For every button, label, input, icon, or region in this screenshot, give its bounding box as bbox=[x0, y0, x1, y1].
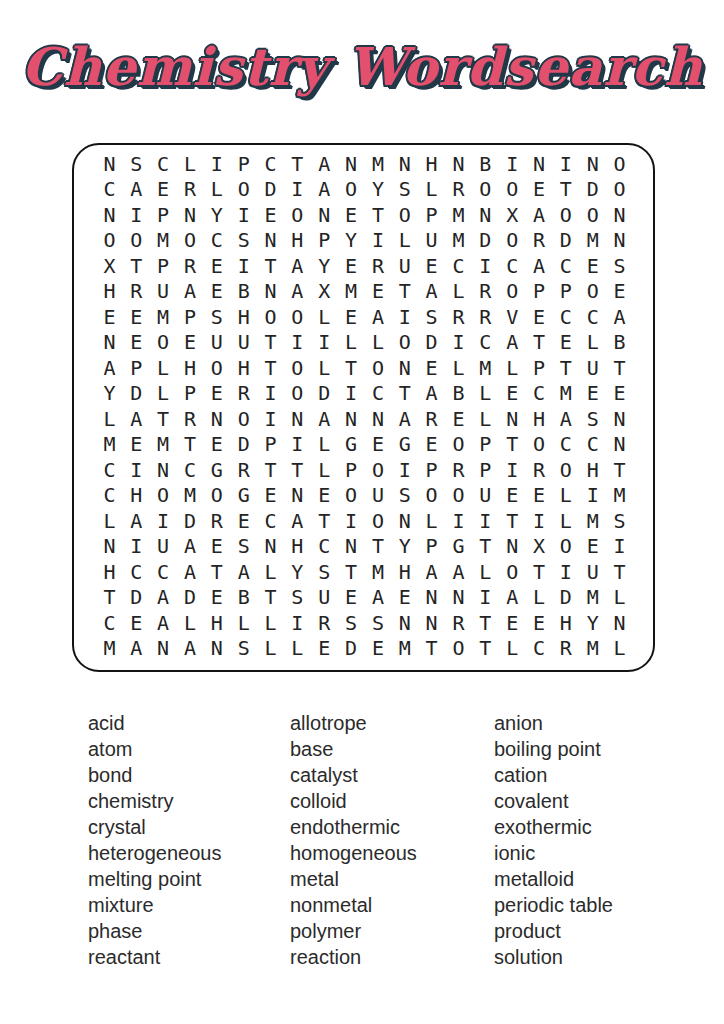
grid-cell[interactable]: M bbox=[472, 355, 499, 381]
grid-cell[interactable]: I bbox=[552, 151, 579, 177]
grid-cell[interactable]: R bbox=[445, 177, 472, 203]
grid-cell[interactable]: T bbox=[284, 457, 311, 483]
grid-cell[interactable]: N bbox=[150, 636, 177, 662]
grid-cell[interactable]: L bbox=[257, 559, 284, 585]
grid-cell[interactable]: S bbox=[230, 228, 257, 254]
grid-cell[interactable]: N bbox=[499, 406, 526, 432]
grid-cell[interactable]: X bbox=[499, 202, 526, 228]
grid-cell[interactable]: T bbox=[472, 534, 499, 560]
grid-cell[interactable]: D bbox=[552, 228, 579, 254]
grid-cell[interactable]: A bbox=[123, 177, 150, 203]
grid-cell[interactable]: U bbox=[150, 534, 177, 560]
grid-cell[interactable]: R bbox=[123, 279, 150, 305]
grid-cell[interactable]: M bbox=[579, 585, 606, 611]
grid-cell[interactable]: N bbox=[499, 534, 526, 560]
grid-cell[interactable]: T bbox=[391, 381, 418, 407]
grid-cell[interactable]: D bbox=[177, 585, 204, 611]
grid-cell[interactable]: X bbox=[526, 534, 553, 560]
grid-cell[interactable]: T bbox=[96, 585, 123, 611]
grid-cell[interactable]: L bbox=[203, 177, 230, 203]
grid-cell[interactable]: N bbox=[445, 151, 472, 177]
grid-cell[interactable]: N bbox=[391, 508, 418, 534]
grid-cell[interactable]: I bbox=[579, 483, 606, 509]
grid-cell[interactable]: E bbox=[526, 610, 553, 636]
grid-cell[interactable]: L bbox=[499, 636, 526, 662]
grid-cell[interactable]: E bbox=[203, 381, 230, 407]
grid-cell[interactable]: O bbox=[365, 457, 392, 483]
grid-cell[interactable]: D bbox=[230, 432, 257, 458]
grid-cell[interactable]: L bbox=[606, 636, 633, 662]
grid-cell[interactable]: N bbox=[391, 610, 418, 636]
grid-cell[interactable]: A bbox=[177, 279, 204, 305]
grid-cell[interactable]: I bbox=[311, 330, 338, 356]
grid-cell[interactable]: A bbox=[391, 406, 418, 432]
grid-cell[interactable]: C bbox=[552, 253, 579, 279]
grid-cell[interactable]: R bbox=[552, 636, 579, 662]
grid-cell[interactable]: I bbox=[499, 151, 526, 177]
grid-cell[interactable]: O bbox=[606, 151, 633, 177]
grid-cell[interactable]: E bbox=[123, 330, 150, 356]
grid-cell[interactable]: C bbox=[311, 534, 338, 560]
grid-cell[interactable]: C bbox=[579, 304, 606, 330]
grid-cell[interactable]: H bbox=[579, 457, 606, 483]
grid-cell[interactable]: C bbox=[526, 636, 553, 662]
grid-cell[interactable]: A bbox=[606, 304, 633, 330]
grid-cell[interactable]: O bbox=[445, 432, 472, 458]
grid-cell[interactable]: H bbox=[230, 304, 257, 330]
grid-cell[interactable]: O bbox=[579, 202, 606, 228]
grid-cell[interactable]: C bbox=[96, 177, 123, 203]
grid-cell[interactable]: Y bbox=[96, 381, 123, 407]
grid-cell[interactable]: I bbox=[284, 610, 311, 636]
grid-cell[interactable]: P bbox=[177, 381, 204, 407]
grid-cell[interactable]: O bbox=[472, 177, 499, 203]
grid-cell[interactable]: R bbox=[203, 508, 230, 534]
grid-cell[interactable]: O bbox=[203, 355, 230, 381]
grid-cell[interactable]: L bbox=[338, 330, 365, 356]
grid-cell[interactable]: P bbox=[150, 253, 177, 279]
grid-cell[interactable]: T bbox=[257, 253, 284, 279]
grid-cell[interactable]: A bbox=[284, 253, 311, 279]
grid-cell[interactable]: U bbox=[579, 355, 606, 381]
grid-cell[interactable]: N bbox=[203, 636, 230, 662]
grid-cell[interactable]: T bbox=[526, 330, 553, 356]
grid-cell[interactable]: U bbox=[150, 279, 177, 305]
grid-cell[interactable]: E bbox=[338, 585, 365, 611]
grid-cell[interactable]: G bbox=[391, 432, 418, 458]
grid-cell[interactable]: I bbox=[257, 406, 284, 432]
grid-cell[interactable]: N bbox=[526, 151, 553, 177]
grid-cell[interactable]: I bbox=[338, 508, 365, 534]
grid-cell[interactable]: E bbox=[230, 508, 257, 534]
grid-cell[interactable]: O bbox=[499, 228, 526, 254]
grid-cell[interactable]: R bbox=[418, 406, 445, 432]
grid-cell[interactable]: T bbox=[606, 457, 633, 483]
grid-cell[interactable]: C bbox=[526, 381, 553, 407]
grid-cell[interactable]: N bbox=[391, 151, 418, 177]
grid-cell[interactable]: H bbox=[284, 534, 311, 560]
grid-cell[interactable]: T bbox=[552, 355, 579, 381]
grid-cell[interactable]: O bbox=[579, 279, 606, 305]
grid-cell[interactable]: N bbox=[338, 534, 365, 560]
grid-cell[interactable]: M bbox=[365, 151, 392, 177]
grid-cell[interactable]: I bbox=[230, 253, 257, 279]
grid-cell[interactable]: N bbox=[579, 151, 606, 177]
grid-cell[interactable]: D bbox=[472, 228, 499, 254]
grid-cell[interactable]: I bbox=[445, 508, 472, 534]
grid-cell[interactable]: E bbox=[257, 202, 284, 228]
grid-cell[interactable]: L bbox=[230, 610, 257, 636]
grid-cell[interactable]: M bbox=[445, 202, 472, 228]
grid-cell[interactable]: Y bbox=[579, 610, 606, 636]
grid-cell[interactable]: E bbox=[606, 279, 633, 305]
grid-cell[interactable]: U bbox=[203, 330, 230, 356]
grid-cell[interactable]: P bbox=[418, 534, 445, 560]
grid-cell[interactable]: A bbox=[177, 559, 204, 585]
grid-cell[interactable]: T bbox=[499, 508, 526, 534]
grid-cell[interactable]: P bbox=[472, 457, 499, 483]
grid-cell[interactable]: A bbox=[150, 610, 177, 636]
grid-cell[interactable]: D bbox=[177, 508, 204, 534]
grid-cell[interactable]: M bbox=[150, 432, 177, 458]
grid-cell[interactable]: L bbox=[418, 508, 445, 534]
grid-cell[interactable]: E bbox=[311, 483, 338, 509]
grid-cell[interactable]: M bbox=[552, 381, 579, 407]
grid-cell[interactable]: U bbox=[418, 228, 445, 254]
grid-cell[interactable]: I bbox=[526, 508, 553, 534]
grid-cell[interactable]: Y bbox=[203, 202, 230, 228]
grid-cell[interactable]: U bbox=[472, 483, 499, 509]
grid-cell[interactable]: A bbox=[445, 559, 472, 585]
grid-cell[interactable]: O bbox=[391, 330, 418, 356]
grid-cell[interactable]: R bbox=[365, 253, 392, 279]
grid-cell[interactable]: I bbox=[257, 381, 284, 407]
grid-cell[interactable]: Y bbox=[365, 177, 392, 203]
grid-cell[interactable]: P bbox=[150, 202, 177, 228]
grid-cell[interactable]: T bbox=[203, 559, 230, 585]
grid-cell[interactable]: M bbox=[391, 636, 418, 662]
grid-cell[interactable]: M bbox=[338, 279, 365, 305]
grid-cell[interactable]: O bbox=[284, 355, 311, 381]
grid-cell[interactable]: T bbox=[338, 559, 365, 585]
grid-cell[interactable]: C bbox=[177, 457, 204, 483]
grid-cell[interactable]: I bbox=[338, 381, 365, 407]
grid-cell[interactable]: L bbox=[257, 610, 284, 636]
grid-cell[interactable]: I bbox=[472, 253, 499, 279]
grid-cell[interactable]: N bbox=[606, 432, 633, 458]
grid-cell[interactable]: S bbox=[606, 253, 633, 279]
grid-cell[interactable]: N bbox=[96, 534, 123, 560]
grid-cell[interactable]: E bbox=[606, 381, 633, 407]
grid-cell[interactable]: O bbox=[284, 304, 311, 330]
grid-cell[interactable]: O bbox=[606, 177, 633, 203]
grid-cell[interactable]: N bbox=[365, 406, 392, 432]
grid-cell[interactable]: H bbox=[552, 610, 579, 636]
grid-cell[interactable]: L bbox=[311, 355, 338, 381]
grid-cell[interactable]: E bbox=[526, 177, 553, 203]
grid-cell[interactable]: A bbox=[311, 151, 338, 177]
grid-cell[interactable]: N bbox=[606, 202, 633, 228]
grid-cell[interactable]: O bbox=[230, 177, 257, 203]
grid-cell[interactable]: E bbox=[338, 304, 365, 330]
grid-cell[interactable]: N bbox=[391, 355, 418, 381]
grid-cell[interactable]: D bbox=[123, 585, 150, 611]
grid-cell[interactable]: Y bbox=[284, 559, 311, 585]
grid-cell[interactable]: O bbox=[123, 228, 150, 254]
grid-cell[interactable]: C bbox=[123, 559, 150, 585]
grid-cell[interactable]: T bbox=[606, 559, 633, 585]
grid-cell[interactable]: H bbox=[391, 559, 418, 585]
grid-cell[interactable]: O bbox=[499, 559, 526, 585]
grid-cell[interactable]: P bbox=[552, 279, 579, 305]
grid-cell[interactable]: C bbox=[552, 432, 579, 458]
grid-cell[interactable]: R bbox=[445, 610, 472, 636]
grid-cell[interactable]: A bbox=[311, 177, 338, 203]
grid-cell[interactable]: N bbox=[257, 228, 284, 254]
grid-cell[interactable]: M bbox=[445, 228, 472, 254]
grid-cell[interactable]: E bbox=[203, 279, 230, 305]
grid-cell[interactable]: O bbox=[284, 381, 311, 407]
grid-cell[interactable]: P bbox=[418, 457, 445, 483]
grid-cell[interactable]: E bbox=[418, 355, 445, 381]
grid-cell[interactable]: C bbox=[96, 610, 123, 636]
grid-cell[interactable]: L bbox=[418, 177, 445, 203]
grid-cell[interactable]: N bbox=[257, 279, 284, 305]
grid-cell[interactable]: B bbox=[230, 585, 257, 611]
grid-cell[interactable]: H bbox=[96, 279, 123, 305]
grid-cell[interactable]: L bbox=[499, 355, 526, 381]
grid-cell[interactable]: A bbox=[284, 508, 311, 534]
grid-cell[interactable]: I bbox=[123, 202, 150, 228]
grid-cell[interactable]: R bbox=[311, 610, 338, 636]
grid-cell[interactable]: L bbox=[257, 636, 284, 662]
grid-cell[interactable]: N bbox=[203, 406, 230, 432]
grid-cell[interactable]: T bbox=[177, 432, 204, 458]
grid-cell[interactable]: D bbox=[311, 381, 338, 407]
grid-cell[interactable]: N bbox=[472, 202, 499, 228]
grid-cell[interactable]: X bbox=[311, 279, 338, 305]
grid-cell[interactable]: O bbox=[499, 279, 526, 305]
grid-cell[interactable]: S bbox=[391, 177, 418, 203]
grid-cell[interactable]: S bbox=[579, 406, 606, 432]
grid-cell[interactable]: O bbox=[391, 202, 418, 228]
grid-cell[interactable]: A bbox=[177, 534, 204, 560]
grid-cell[interactable]: P bbox=[526, 279, 553, 305]
grid-cell[interactable]: E bbox=[418, 432, 445, 458]
grid-cell[interactable]: S bbox=[606, 508, 633, 534]
grid-cell[interactable]: O bbox=[365, 355, 392, 381]
grid-cell[interactable]: A bbox=[123, 508, 150, 534]
grid-cell[interactable]: P bbox=[177, 304, 204, 330]
grid-cell[interactable]: E bbox=[552, 330, 579, 356]
grid-cell[interactable]: E bbox=[338, 253, 365, 279]
grid-cell[interactable]: C bbox=[150, 151, 177, 177]
grid-cell[interactable]: O bbox=[552, 457, 579, 483]
grid-cell[interactable]: L bbox=[150, 355, 177, 381]
grid-cell[interactable]: E bbox=[579, 381, 606, 407]
grid-cell[interactable]: E bbox=[123, 610, 150, 636]
grid-cell[interactable]: R bbox=[472, 304, 499, 330]
grid-cell[interactable]: A bbox=[418, 279, 445, 305]
grid-cell[interactable]: I bbox=[150, 508, 177, 534]
grid-cell[interactable]: A bbox=[284, 279, 311, 305]
grid-cell[interactable]: A bbox=[418, 559, 445, 585]
grid-cell[interactable]: E bbox=[391, 585, 418, 611]
grid-cell[interactable]: L bbox=[472, 406, 499, 432]
grid-cell[interactable]: N bbox=[418, 610, 445, 636]
grid-cell[interactable]: N bbox=[338, 406, 365, 432]
grid-cell[interactable]: E bbox=[203, 585, 230, 611]
grid-cell[interactable]: E bbox=[311, 636, 338, 662]
grid-cell[interactable]: O bbox=[365, 508, 392, 534]
grid-cell[interactable]: R bbox=[445, 457, 472, 483]
grid-cell[interactable]: D bbox=[257, 177, 284, 203]
grid-cell[interactable]: R bbox=[177, 177, 204, 203]
grid-cell[interactable]: L bbox=[365, 330, 392, 356]
grid-cell[interactable]: C bbox=[365, 381, 392, 407]
grid-cell[interactable]: L bbox=[96, 508, 123, 534]
grid-cell[interactable]: H bbox=[177, 355, 204, 381]
grid-cell[interactable]: C bbox=[257, 151, 284, 177]
grid-cell[interactable]: U bbox=[391, 253, 418, 279]
grid-cell[interactable]: R bbox=[472, 279, 499, 305]
grid-cell[interactable]: L bbox=[526, 585, 553, 611]
grid-cell[interactable]: P bbox=[257, 432, 284, 458]
grid-cell[interactable]: E bbox=[257, 483, 284, 509]
grid-cell[interactable]: I bbox=[123, 457, 150, 483]
grid-cell[interactable]: T bbox=[257, 457, 284, 483]
grid-cell[interactable]: A bbox=[230, 559, 257, 585]
grid-cell[interactable]: N bbox=[606, 406, 633, 432]
grid-cell[interactable]: N bbox=[284, 406, 311, 432]
grid-cell[interactable]: N bbox=[257, 534, 284, 560]
grid-cell[interactable]: T bbox=[150, 406, 177, 432]
grid-cell[interactable]: C bbox=[257, 508, 284, 534]
grid-cell[interactable]: S bbox=[123, 151, 150, 177]
grid-cell[interactable]: L bbox=[96, 406, 123, 432]
grid-cell[interactable]: A bbox=[365, 304, 392, 330]
grid-cell[interactable]: L bbox=[552, 483, 579, 509]
grid-cell[interactable]: P bbox=[418, 202, 445, 228]
grid-cell[interactable]: O bbox=[552, 202, 579, 228]
grid-cell[interactable]: O bbox=[338, 483, 365, 509]
grid-cell[interactable]: D bbox=[418, 330, 445, 356]
grid-cell[interactable]: R bbox=[177, 253, 204, 279]
grid-cell[interactable]: I bbox=[499, 457, 526, 483]
grid-cell[interactable]: L bbox=[311, 304, 338, 330]
grid-cell[interactable]: N bbox=[177, 202, 204, 228]
grid-cell[interactable]: R bbox=[526, 457, 553, 483]
grid-cell[interactable]: S bbox=[284, 585, 311, 611]
grid-cell[interactable]: A bbox=[365, 585, 392, 611]
grid-cell[interactable]: S bbox=[230, 636, 257, 662]
grid-cell[interactable]: C bbox=[472, 330, 499, 356]
grid-cell[interactable]: U bbox=[311, 585, 338, 611]
grid-cell[interactable]: O bbox=[418, 483, 445, 509]
grid-cell[interactable]: O bbox=[230, 406, 257, 432]
grid-cell[interactable]: L bbox=[311, 432, 338, 458]
grid-cell[interactable]: E bbox=[203, 534, 230, 560]
grid-cell[interactable]: H bbox=[418, 151, 445, 177]
grid-cell[interactable]: I bbox=[284, 432, 311, 458]
grid-cell[interactable]: T bbox=[257, 585, 284, 611]
grid-cell[interactable]: I bbox=[203, 151, 230, 177]
grid-cell[interactable]: O bbox=[203, 483, 230, 509]
grid-cell[interactable]: A bbox=[418, 381, 445, 407]
grid-cell[interactable]: P bbox=[123, 355, 150, 381]
grid-cell[interactable]: O bbox=[338, 177, 365, 203]
grid-cell[interactable]: E bbox=[123, 432, 150, 458]
grid-cell[interactable]: L bbox=[177, 151, 204, 177]
grid-cell[interactable]: G bbox=[338, 432, 365, 458]
grid-cell[interactable]: D bbox=[552, 585, 579, 611]
grid-cell[interactable]: I bbox=[230, 202, 257, 228]
grid-cell[interactable]: R bbox=[526, 228, 553, 254]
grid-cell[interactable]: M bbox=[579, 228, 606, 254]
grid-cell[interactable]: M bbox=[365, 559, 392, 585]
grid-cell[interactable]: T bbox=[526, 559, 553, 585]
grid-cell[interactable]: E bbox=[445, 406, 472, 432]
grid-cell[interactable]: U bbox=[579, 559, 606, 585]
grid-cell[interactable]: D bbox=[338, 636, 365, 662]
grid-cell[interactable]: Y bbox=[311, 253, 338, 279]
grid-cell[interactable]: E bbox=[96, 304, 123, 330]
grid-cell[interactable]: H bbox=[123, 483, 150, 509]
grid-cell[interactable]: N bbox=[311, 202, 338, 228]
grid-cell[interactable]: D bbox=[579, 177, 606, 203]
grid-cell[interactable]: L bbox=[606, 585, 633, 611]
grid-cell[interactable]: I bbox=[284, 330, 311, 356]
grid-cell[interactable]: T bbox=[365, 534, 392, 560]
grid-cell[interactable]: I bbox=[445, 330, 472, 356]
grid-cell[interactable]: L bbox=[284, 636, 311, 662]
grid-cell[interactable]: E bbox=[579, 253, 606, 279]
grid-cell[interactable]: I bbox=[552, 559, 579, 585]
grid-cell[interactable]: N bbox=[606, 610, 633, 636]
grid-cell[interactable]: L bbox=[472, 559, 499, 585]
grid-cell[interactable]: I bbox=[391, 457, 418, 483]
grid-cell[interactable]: A bbox=[177, 636, 204, 662]
grid-cell[interactable]: A bbox=[526, 202, 553, 228]
grid-cell[interactable]: M bbox=[579, 508, 606, 534]
grid-cell[interactable]: A bbox=[499, 585, 526, 611]
grid-cell[interactable]: I bbox=[284, 177, 311, 203]
grid-cell[interactable]: I bbox=[472, 508, 499, 534]
grid-cell[interactable]: T bbox=[284, 151, 311, 177]
grid-cell[interactable]: U bbox=[230, 330, 257, 356]
grid-cell[interactable]: L bbox=[445, 355, 472, 381]
grid-cell[interactable]: A bbox=[552, 406, 579, 432]
grid-cell[interactable]: T bbox=[365, 202, 392, 228]
grid-cell[interactable]: B bbox=[445, 381, 472, 407]
grid-cell[interactable]: G bbox=[203, 457, 230, 483]
grid-cell[interactable]: E bbox=[150, 177, 177, 203]
grid-cell[interactable]: C bbox=[96, 483, 123, 509]
grid-cell[interactable]: T bbox=[338, 355, 365, 381]
grid-cell[interactable]: E bbox=[526, 304, 553, 330]
grid-cell[interactable]: I bbox=[606, 534, 633, 560]
grid-cell[interactable]: P bbox=[472, 432, 499, 458]
grid-cell[interactable]: E bbox=[177, 330, 204, 356]
grid-cell[interactable]: C bbox=[96, 457, 123, 483]
grid-cell[interactable]: B bbox=[606, 330, 633, 356]
grid-cell[interactable]: H bbox=[284, 228, 311, 254]
grid-cell[interactable]: L bbox=[579, 330, 606, 356]
grid-cell[interactable]: V bbox=[499, 304, 526, 330]
grid-cell[interactable]: U bbox=[365, 483, 392, 509]
grid-cell[interactable]: L bbox=[150, 381, 177, 407]
grid-cell[interactable]: S bbox=[311, 559, 338, 585]
